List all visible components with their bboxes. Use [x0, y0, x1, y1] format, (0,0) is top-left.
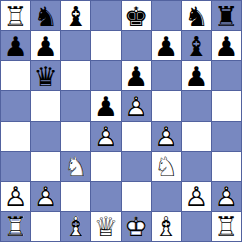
piece-glyph-layer: ♛ [34, 62, 58, 89]
square-a8[interactable]: ♜♖ [1, 1, 30, 30]
square-g6[interactable]: ♟ [182, 61, 211, 90]
square-c8[interactable]: ♝ [61, 1, 90, 30]
piece-glyph-layer: ♚ [124, 2, 148, 29]
piece-white-queen[interactable]: ♛♕ [91, 212, 120, 241]
square-g4[interactable] [182, 122, 211, 151]
piece-black-bishop[interactable]: ♝ [61, 1, 90, 30]
square-b1[interactable] [31, 212, 60, 241]
piece-outline-layer: ♗ [154, 213, 178, 240]
piece-outline-layer: ♙ [124, 92, 148, 119]
square-h5[interactable] [212, 91, 241, 120]
square-e4[interactable] [122, 122, 151, 151]
piece-glyph-layer: ♟ [34, 32, 58, 59]
square-c3[interactable]: ♞♘ [61, 152, 90, 181]
square-f8[interactable] [152, 1, 181, 30]
square-b4[interactable] [31, 122, 60, 151]
piece-white-pawn[interactable]: ♟♙ [182, 182, 211, 211]
square-b2[interactable]: ♟♙ [31, 182, 60, 211]
piece-white-pawn[interactable]: ♟♙ [91, 122, 120, 151]
square-f3[interactable]: ♞♘ [152, 152, 181, 181]
piece-glyph-layer: ♟ [124, 62, 148, 89]
square-h2[interactable]: ♟♙ [212, 182, 241, 211]
square-h6[interactable] [212, 61, 241, 90]
square-d8[interactable] [91, 1, 120, 30]
square-f1[interactable]: ♝♗ [152, 212, 181, 241]
square-d1[interactable]: ♛♕ [91, 212, 120, 241]
piece-white-rook[interactable]: ♜♖ [1, 1, 30, 30]
square-c2[interactable] [61, 182, 90, 211]
square-a3[interactable] [1, 152, 30, 181]
square-f6[interactable] [152, 61, 181, 90]
square-f7[interactable]: ♟ [152, 31, 181, 60]
square-g5[interactable] [182, 91, 211, 120]
piece-black-queen[interactable]: ♛ [31, 61, 60, 90]
piece-outline-layer: ♙ [184, 183, 208, 210]
square-d7[interactable] [91, 31, 120, 60]
piece-glyph-layer: ♟ [214, 32, 238, 59]
square-c6[interactable] [61, 61, 90, 90]
square-c7[interactable] [61, 31, 90, 60]
square-d3[interactable] [91, 152, 120, 181]
piece-outline-layer: ♖ [3, 2, 27, 29]
piece-outline-layer: ♖ [214, 213, 238, 240]
square-d6[interactable] [91, 61, 120, 90]
piece-white-pawn[interactable]: ♟♙ [152, 122, 181, 151]
piece-outline-layer: ♙ [154, 123, 178, 150]
piece-black-king[interactable]: ♚ [122, 1, 151, 30]
square-g8[interactable]: ♞ [182, 1, 211, 30]
piece-outline-layer: ♗ [64, 213, 88, 240]
piece-black-pawn[interactable]: ♟ [182, 61, 211, 90]
square-c1[interactable]: ♝♗ [61, 212, 90, 241]
piece-white-pawn[interactable]: ♟♙ [122, 91, 151, 120]
piece-glyph-layer: ♝ [184, 32, 208, 59]
square-g1[interactable] [182, 212, 211, 241]
piece-white-pawn[interactable]: ♟♙ [31, 182, 60, 211]
square-h8[interactable]: ♜ [212, 1, 241, 30]
piece-outline-layer: ♔ [124, 213, 148, 240]
piece-white-rook[interactable]: ♜♖ [212, 212, 241, 241]
piece-black-pawn[interactable]: ♟ [152, 31, 181, 60]
piece-white-pawn[interactable]: ♟♙ [1, 182, 30, 211]
square-f2[interactable] [152, 182, 181, 211]
piece-black-pawn[interactable]: ♟ [31, 31, 60, 60]
square-d2[interactable] [91, 182, 120, 211]
square-e2[interactable] [122, 182, 151, 211]
square-b5[interactable] [31, 91, 60, 120]
piece-white-bishop[interactable]: ♝♗ [152, 212, 181, 241]
square-b7[interactable]: ♟ [31, 31, 60, 60]
square-d5[interactable]: ♟ [91, 91, 120, 120]
square-g7[interactable]: ♝ [182, 31, 211, 60]
piece-white-knight[interactable]: ♞♘ [61, 152, 90, 181]
square-a7[interactable]: ♟ [1, 31, 30, 60]
square-a4[interactable] [1, 122, 30, 151]
piece-glyph-layer: ♜ [214, 2, 238, 29]
square-h1[interactable]: ♜♖ [212, 212, 241, 241]
piece-glyph-layer: ♟ [154, 32, 178, 59]
square-h7[interactable]: ♟ [212, 31, 241, 60]
square-e5[interactable]: ♟♙ [122, 91, 151, 120]
square-a6[interactable] [1, 61, 30, 90]
chess-board: ♜♖♞♝♚♞♜♟♟♟♝♟♛♟♟♟♟♙♟♙♟♙♞♘♞♘♟♙♟♙♟♙♟♙♜♖♝♗♛♕… [0, 0, 242, 242]
square-b6[interactable]: ♛ [31, 61, 60, 90]
square-d4[interactable]: ♟♙ [91, 122, 120, 151]
piece-glyph-layer: ♟ [184, 62, 208, 89]
square-e7[interactable] [122, 31, 151, 60]
square-h3[interactable] [212, 152, 241, 181]
piece-outline-layer: ♖ [3, 213, 27, 240]
square-c4[interactable] [61, 122, 90, 151]
piece-outline-layer: ♕ [94, 213, 118, 240]
piece-white-pawn[interactable]: ♟♙ [212, 182, 241, 211]
piece-black-bishop[interactable]: ♝ [182, 31, 211, 60]
piece-black-pawn[interactable]: ♟ [1, 31, 30, 60]
piece-glyph-layer: ♞ [184, 2, 208, 29]
square-g2[interactable]: ♟♙ [182, 182, 211, 211]
piece-black-rook[interactable]: ♜ [212, 1, 241, 30]
square-e3[interactable] [122, 152, 151, 181]
square-a2[interactable]: ♟♙ [1, 182, 30, 211]
piece-black-knight[interactable]: ♞ [182, 1, 211, 30]
piece-outline-layer: ♙ [34, 183, 58, 210]
square-h4[interactable] [212, 122, 241, 151]
square-g3[interactable] [182, 152, 211, 181]
square-f4[interactable]: ♟♙ [152, 122, 181, 151]
square-b8[interactable]: ♞ [31, 1, 60, 30]
square-a1[interactable]: ♜♖ [1, 212, 30, 241]
piece-white-bishop[interactable]: ♝♗ [61, 212, 90, 241]
piece-outline-layer: ♘ [64, 153, 88, 180]
square-e8[interactable]: ♚ [122, 1, 151, 30]
piece-glyph-layer: ♞ [34, 2, 58, 29]
piece-outline-layer: ♙ [214, 183, 238, 210]
piece-glyph-layer: ♟ [94, 92, 118, 119]
piece-black-knight[interactable]: ♞ [31, 1, 60, 30]
square-e1[interactable]: ♚♔ [122, 212, 151, 241]
square-c5[interactable] [61, 91, 90, 120]
piece-white-rook[interactable]: ♜♖ [1, 212, 30, 241]
piece-outline-layer: ♙ [94, 123, 118, 150]
square-a5[interactable] [1, 91, 30, 120]
piece-outline-layer: ♙ [3, 183, 27, 210]
piece-outline-layer: ♘ [154, 153, 178, 180]
piece-black-pawn[interactable]: ♟ [91, 91, 120, 120]
piece-glyph-layer: ♟ [3, 32, 27, 59]
piece-white-king[interactable]: ♚♔ [122, 212, 151, 241]
square-b3[interactable] [31, 152, 60, 181]
piece-glyph-layer: ♝ [64, 2, 88, 29]
piece-white-knight[interactable]: ♞♘ [152, 152, 181, 181]
square-e6[interactable]: ♟ [122, 61, 151, 90]
square-f5[interactable] [152, 91, 181, 120]
piece-black-pawn[interactable]: ♟ [122, 61, 151, 90]
piece-black-pawn[interactable]: ♟ [212, 31, 241, 60]
